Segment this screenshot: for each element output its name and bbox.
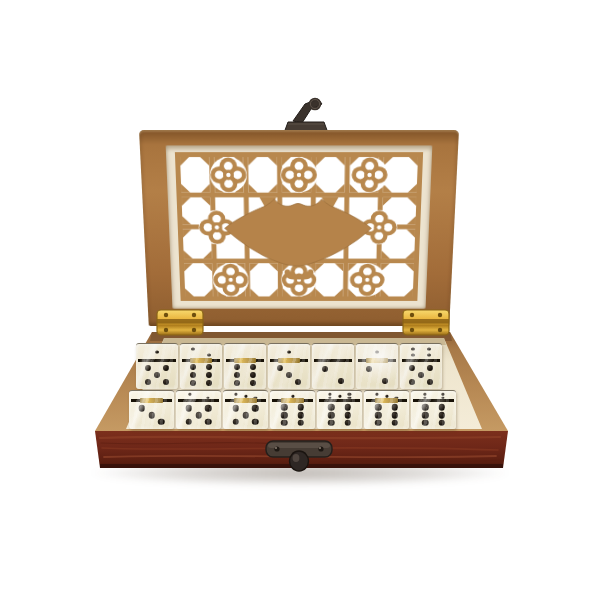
domino-tile-4-5: [400, 343, 442, 389]
domino-tile-2-6: [180, 343, 222, 389]
pip: [185, 405, 192, 412]
domino-tile-1-6: [270, 390, 315, 429]
domino-tile-2-5: [176, 390, 221, 429]
tile-lower-half: [400, 362, 442, 388]
pip: [297, 420, 304, 427]
pip: [338, 395, 341, 398]
pip: [287, 350, 291, 353]
pip: [250, 364, 256, 370]
domino-tile-5-6: [317, 390, 362, 429]
domino-tile-4-6: [411, 390, 456, 429]
pip: [206, 364, 212, 370]
pip: [205, 419, 212, 426]
pip: [375, 350, 379, 353]
pip: [154, 372, 160, 378]
pip: [234, 393, 237, 396]
tile-lower-half: [136, 362, 178, 388]
pip: [322, 366, 328, 372]
pip: [427, 379, 433, 385]
hinge-left: [157, 310, 203, 335]
pip: [422, 404, 429, 411]
pip: [391, 420, 398, 427]
tile-lower-half: [223, 402, 268, 428]
pip: [250, 380, 256, 386]
domino-tile-1-2: [356, 343, 398, 389]
pip: [158, 419, 165, 426]
pip: [375, 420, 382, 427]
lid-wood-frame: [139, 130, 459, 326]
pip: [422, 412, 429, 419]
pip: [427, 354, 431, 357]
pip: [163, 379, 169, 385]
pip: [348, 393, 351, 396]
hinges: [150, 306, 456, 340]
pip: [291, 395, 294, 398]
pip: [185, 419, 192, 426]
pip: [281, 404, 288, 411]
tile-lower-half: [312, 362, 354, 388]
pip: [190, 380, 196, 386]
pip: [375, 404, 382, 411]
pip: [281, 420, 288, 427]
pip: [242, 412, 249, 419]
pip: [234, 380, 240, 386]
pip: [188, 393, 191, 396]
pip: [422, 420, 429, 427]
pip: [232, 405, 239, 412]
pip: [427, 347, 431, 350]
pip: [232, 419, 239, 426]
product-photo-domino-box: [0, 0, 600, 600]
pip: [250, 372, 256, 378]
tile-lower-half: [364, 402, 409, 428]
pip: [281, 412, 288, 419]
pip: [328, 404, 335, 411]
tile-lower-half: [270, 402, 315, 428]
pip: [382, 378, 388, 384]
pip: [438, 404, 445, 411]
pip: [344, 420, 351, 427]
lid-inner-cream-frame: [166, 145, 433, 308]
pip: [344, 404, 351, 411]
pip: [206, 380, 212, 386]
pip: [190, 364, 196, 370]
domino-tile-0-3: [129, 390, 174, 429]
pip: [145, 379, 151, 385]
pip: [190, 372, 196, 378]
pip: [441, 393, 444, 396]
pip: [191, 347, 195, 350]
pip: [375, 412, 382, 419]
pip: [244, 395, 247, 398]
pip: [385, 395, 388, 398]
pip: [297, 412, 304, 419]
tile-upper-half: [400, 346, 442, 359]
tile-lower-half: [356, 362, 398, 388]
tile-lower-half: [180, 362, 222, 388]
tile-upper-half: [356, 346, 398, 359]
hinge-right: [403, 310, 449, 335]
pip: [438, 412, 445, 419]
tile-upper-half: [180, 346, 222, 359]
pip: [328, 420, 335, 427]
tile-upper-half: [224, 346, 266, 359]
pip: [252, 419, 259, 426]
pip: [155, 350, 159, 353]
pip: [391, 412, 398, 419]
tile-upper-half: [312, 346, 354, 359]
pip: [252, 405, 259, 412]
tile-upper-half: [136, 346, 178, 359]
pip: [328, 393, 331, 396]
domino-tile-1-5: [136, 343, 178, 389]
pip: [427, 365, 433, 371]
pip: [418, 372, 424, 378]
flower-medallion: [281, 157, 318, 193]
pip: [344, 412, 351, 419]
tile-upper-half: [268, 346, 310, 359]
pip: [409, 379, 415, 385]
pip: [277, 365, 283, 371]
pip: [206, 372, 212, 378]
pip: [207, 354, 211, 357]
flower-medallion: [281, 263, 317, 296]
tile-lower-half: [268, 362, 310, 388]
pip: [234, 364, 240, 370]
pip: [148, 412, 155, 419]
pip: [411, 347, 415, 350]
carved-lattice-panel: [175, 152, 423, 301]
pip: [295, 379, 301, 385]
pip: [391, 404, 398, 411]
pip: [286, 372, 292, 378]
pip: [145, 365, 151, 371]
tile-lower-half: [176, 402, 221, 428]
domino-tile-3-5: [223, 390, 268, 429]
pip: [423, 393, 426, 396]
tile-lower-half: [224, 362, 266, 388]
pip: [375, 393, 378, 396]
box-lid: [139, 130, 459, 326]
pip: [163, 365, 169, 371]
domino-tile-3-6: [364, 390, 409, 429]
pip: [409, 365, 415, 371]
domino-tile-0-6: [224, 343, 266, 389]
lattice-panel-wrap: [175, 152, 423, 301]
pip: [138, 405, 145, 412]
pip: [438, 420, 445, 427]
pip: [205, 405, 212, 412]
pip: [234, 372, 240, 378]
domino-row-front: [129, 390, 456, 428]
pip: [328, 412, 335, 419]
domino-tile-1-3: [268, 343, 310, 389]
domino-row-back: [136, 343, 442, 388]
tile-lower-half: [129, 402, 174, 428]
tile-lower-half: [411, 402, 456, 428]
pip: [366, 366, 372, 372]
pip: [195, 412, 202, 419]
pip: [338, 378, 344, 384]
pip: [411, 354, 415, 357]
domino-tile-0-2: [312, 343, 354, 389]
tile-lower-half: [317, 402, 362, 428]
pip: [297, 404, 304, 411]
